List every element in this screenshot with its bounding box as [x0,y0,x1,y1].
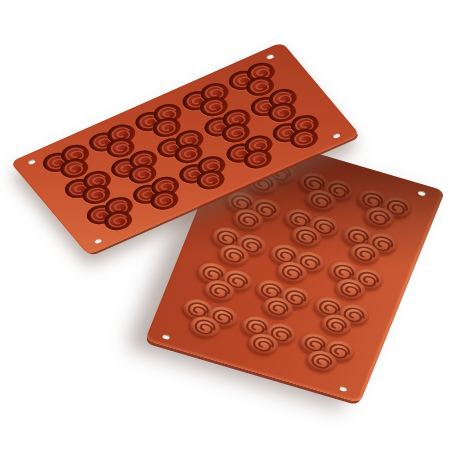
hanging-hole [93,238,102,244]
hanging-hole [332,133,341,139]
product-photo [0,0,460,460]
hanging-hole [27,159,36,165]
hanging-hole [266,54,275,60]
